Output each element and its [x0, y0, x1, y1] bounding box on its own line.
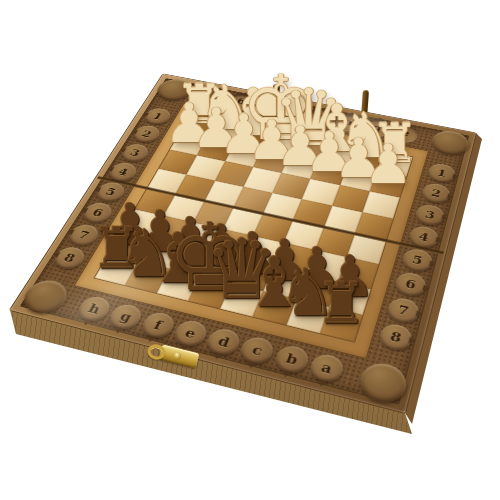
- product-photo-stage: hh11gg22ff33ee44dd55cc66bb77aa88 ♜♞♝♚♛♝♞…: [0, 0, 500, 500]
- chess-board: hh11gg22ff33ee44dd55cc66bb77aa88: [10, 74, 476, 413]
